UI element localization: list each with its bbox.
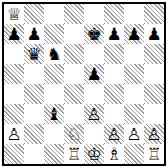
square-e5[interactable]: ♟ bbox=[84, 64, 104, 84]
square-h7[interactable]: ♟ bbox=[144, 24, 164, 44]
piece-white-queen: ♕ bbox=[6, 4, 21, 24]
square-g1[interactable] bbox=[124, 144, 144, 164]
square-b6[interactable]: ♛ bbox=[24, 44, 44, 64]
square-h3[interactable] bbox=[144, 104, 164, 124]
piece-white-rook: ♖ bbox=[146, 144, 161, 164]
square-a7[interactable]: ♟ bbox=[4, 24, 24, 44]
square-g8[interactable] bbox=[124, 4, 144, 24]
square-d7[interactable] bbox=[64, 24, 84, 44]
square-a2[interactable]: ♙ bbox=[4, 124, 24, 144]
piece-black-knight: ♞ bbox=[46, 44, 61, 64]
piece-white-pawn: ♙ bbox=[106, 124, 121, 144]
square-a4[interactable] bbox=[4, 84, 24, 104]
square-b2[interactable] bbox=[24, 124, 44, 144]
chessboard: ♕♟♟♚♟♟♟♛♞♟♝♙♙♘♙♙♙♖♔♗♖ bbox=[2, 2, 166, 166]
square-h1[interactable]: ♖ bbox=[144, 144, 164, 164]
square-c1[interactable] bbox=[44, 144, 64, 164]
square-f3[interactable] bbox=[104, 104, 124, 124]
square-h2[interactable]: ♙ bbox=[144, 124, 164, 144]
piece-white-rook: ♖ bbox=[66, 144, 81, 164]
square-b7[interactable]: ♟ bbox=[24, 24, 44, 44]
square-a5[interactable] bbox=[4, 64, 24, 84]
piece-white-pawn: ♙ bbox=[126, 124, 141, 144]
piece-black-pawn: ♟ bbox=[126, 24, 141, 44]
square-c6[interactable]: ♞ bbox=[44, 44, 64, 64]
square-d2[interactable]: ♘ bbox=[64, 124, 84, 144]
square-c8[interactable] bbox=[44, 4, 64, 24]
square-b8[interactable] bbox=[24, 4, 44, 24]
square-b3[interactable] bbox=[24, 104, 44, 124]
square-c3[interactable]: ♝ bbox=[44, 104, 64, 124]
square-a1[interactable] bbox=[4, 144, 24, 164]
square-e7[interactable]: ♚ bbox=[84, 24, 104, 44]
square-f6[interactable] bbox=[104, 44, 124, 64]
piece-black-king: ♚ bbox=[86, 24, 101, 44]
piece-white-bishop: ♗ bbox=[106, 144, 121, 164]
square-f1[interactable]: ♗ bbox=[104, 144, 124, 164]
square-h5[interactable] bbox=[144, 64, 164, 84]
square-d4[interactable] bbox=[64, 84, 84, 104]
square-g5[interactable] bbox=[124, 64, 144, 84]
square-e2[interactable] bbox=[84, 124, 104, 144]
square-e4[interactable] bbox=[84, 84, 104, 104]
piece-black-pawn: ♟ bbox=[86, 64, 101, 84]
square-b5[interactable] bbox=[24, 64, 44, 84]
square-d1[interactable]: ♖ bbox=[64, 144, 84, 164]
piece-white-pawn: ♙ bbox=[86, 104, 101, 124]
square-c4[interactable] bbox=[44, 84, 64, 104]
square-g2[interactable]: ♙ bbox=[124, 124, 144, 144]
square-c7[interactable] bbox=[44, 24, 64, 44]
square-a6[interactable] bbox=[4, 44, 24, 64]
square-e8[interactable] bbox=[84, 4, 104, 24]
piece-white-pawn: ♙ bbox=[6, 124, 21, 144]
square-h8[interactable] bbox=[144, 4, 164, 24]
square-e3[interactable]: ♙ bbox=[84, 104, 104, 124]
piece-black-pawn: ♟ bbox=[26, 24, 41, 44]
square-g4[interactable] bbox=[124, 84, 144, 104]
square-d5[interactable] bbox=[64, 64, 84, 84]
square-d3[interactable] bbox=[64, 104, 84, 124]
piece-black-pawn: ♟ bbox=[146, 24, 161, 44]
square-d8[interactable] bbox=[64, 4, 84, 24]
square-a3[interactable] bbox=[4, 104, 24, 124]
square-c2[interactable] bbox=[44, 124, 64, 144]
piece-white-king: ♔ bbox=[86, 144, 101, 164]
square-e6[interactable] bbox=[84, 44, 104, 64]
square-c5[interactable] bbox=[44, 64, 64, 84]
piece-black-bishop: ♝ bbox=[46, 104, 61, 124]
square-e1[interactable]: ♔ bbox=[84, 144, 104, 164]
square-f5[interactable] bbox=[104, 64, 124, 84]
square-h4[interactable] bbox=[144, 84, 164, 104]
square-h6[interactable] bbox=[144, 44, 164, 64]
piece-white-knight: ♘ bbox=[66, 124, 81, 144]
square-b4[interactable] bbox=[24, 84, 44, 104]
board-grid: ♕♟♟♚♟♟♟♛♞♟♝♙♙♘♙♙♙♖♔♗♖ bbox=[4, 4, 164, 164]
square-f4[interactable] bbox=[104, 84, 124, 104]
square-b1[interactable] bbox=[24, 144, 44, 164]
square-a8[interactable]: ♕ bbox=[4, 4, 24, 24]
square-g6[interactable] bbox=[124, 44, 144, 64]
square-g3[interactable] bbox=[124, 104, 144, 124]
square-d6[interactable] bbox=[64, 44, 84, 64]
square-f8[interactable] bbox=[104, 4, 124, 24]
piece-white-pawn: ♙ bbox=[146, 124, 161, 144]
piece-black-pawn: ♟ bbox=[6, 24, 21, 44]
square-f2[interactable]: ♙ bbox=[104, 124, 124, 144]
piece-black-queen: ♛ bbox=[26, 44, 41, 64]
square-g7[interactable]: ♟ bbox=[124, 24, 144, 44]
square-f7[interactable]: ♟ bbox=[104, 24, 124, 44]
piece-black-pawn: ♟ bbox=[106, 24, 121, 44]
